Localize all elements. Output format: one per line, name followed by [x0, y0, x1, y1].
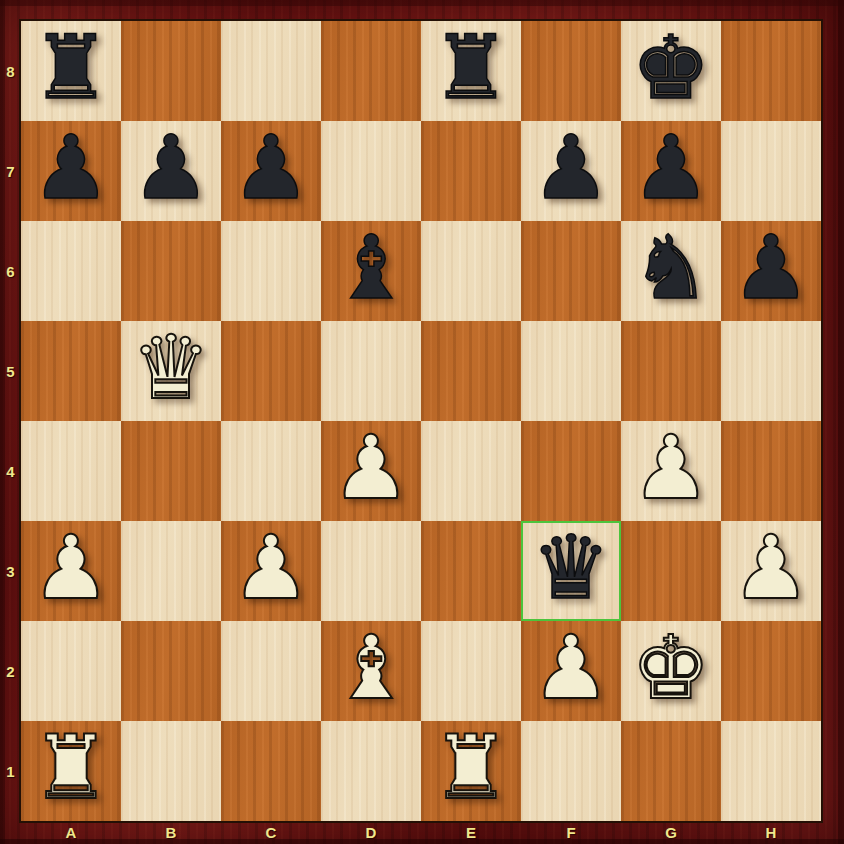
square-d1[interactable] — [321, 721, 421, 821]
square-e1[interactable]: ♜ — [421, 721, 521, 821]
square-a4[interactable] — [21, 421, 121, 521]
square-d6[interactable]: ♝ — [321, 221, 421, 321]
square-c5[interactable] — [221, 321, 321, 421]
square-b6[interactable] — [121, 221, 221, 321]
square-d5[interactable] — [321, 321, 421, 421]
piece-black-queen-f3[interactable]: ♛ — [532, 518, 611, 618]
square-e7[interactable] — [421, 121, 521, 221]
square-b4[interactable] — [121, 421, 221, 521]
square-g8[interactable]: ♚ — [621, 21, 721, 121]
board-frame: ♜♜♚♟♟♟♟♟♝♞♟♛♟♟♟♟♛♟♝♟♚♜♜ 87654321 ABCDEFG… — [0, 0, 844, 844]
square-d4[interactable]: ♟ — [321, 421, 421, 521]
square-b1[interactable] — [121, 721, 221, 821]
square-g4[interactable]: ♟ — [621, 421, 721, 521]
square-g1[interactable] — [621, 721, 721, 821]
piece-white-pawn-f2[interactable]: ♟ — [532, 618, 611, 718]
square-h4[interactable] — [721, 421, 821, 521]
file-label-f: F — [521, 821, 621, 844]
piece-white-pawn-a3[interactable]: ♟ — [32, 518, 111, 618]
square-c8[interactable] — [221, 21, 321, 121]
square-e5[interactable] — [421, 321, 521, 421]
square-a5[interactable] — [21, 321, 121, 421]
piece-black-king-g8[interactable]: ♚ — [632, 18, 711, 118]
square-c1[interactable] — [221, 721, 321, 821]
square-c6[interactable] — [221, 221, 321, 321]
square-c4[interactable] — [221, 421, 321, 521]
square-a3[interactable]: ♟ — [21, 521, 121, 621]
square-a8[interactable]: ♜ — [21, 21, 121, 121]
piece-black-rook-e8[interactable]: ♜ — [432, 18, 511, 118]
square-a1[interactable]: ♜ — [21, 721, 121, 821]
square-b5[interactable]: ♛ — [121, 321, 221, 421]
square-d8[interactable] — [321, 21, 421, 121]
square-f6[interactable] — [521, 221, 621, 321]
chess-board: ♜♜♚♟♟♟♟♟♝♞♟♛♟♟♟♟♛♟♝♟♚♜♜ — [21, 21, 821, 821]
file-label-h: H — [721, 821, 821, 844]
square-h6[interactable]: ♟ — [721, 221, 821, 321]
piece-black-pawn-c7[interactable]: ♟ — [232, 118, 311, 218]
rank-label-1: 1 — [0, 721, 21, 821]
piece-black-pawn-g7[interactable]: ♟ — [632, 118, 711, 218]
square-e2[interactable] — [421, 621, 521, 721]
square-d3[interactable] — [321, 521, 421, 621]
square-h8[interactable] — [721, 21, 821, 121]
piece-white-pawn-d4[interactable]: ♟ — [332, 418, 411, 518]
piece-white-pawn-c3[interactable]: ♟ — [232, 518, 311, 618]
square-e6[interactable] — [421, 221, 521, 321]
square-a7[interactable]: ♟ — [21, 121, 121, 221]
piece-white-rook-a1[interactable]: ♜ — [32, 718, 111, 818]
square-a2[interactable] — [21, 621, 121, 721]
square-f2[interactable]: ♟ — [521, 621, 621, 721]
piece-white-rook-e1[interactable]: ♜ — [432, 718, 511, 818]
square-e8[interactable]: ♜ — [421, 21, 521, 121]
square-b2[interactable] — [121, 621, 221, 721]
square-b8[interactable] — [121, 21, 221, 121]
square-b7[interactable]: ♟ — [121, 121, 221, 221]
rank-label-3: 3 — [0, 521, 21, 621]
square-h5[interactable] — [721, 321, 821, 421]
square-g3[interactable] — [621, 521, 721, 621]
square-f7[interactable]: ♟ — [521, 121, 621, 221]
rank-label-4: 4 — [0, 421, 21, 521]
piece-black-rook-a8[interactable]: ♜ — [32, 18, 111, 118]
file-label-e: E — [421, 821, 521, 844]
piece-white-bishop-d2[interactable]: ♝ — [332, 618, 411, 718]
file-label-g: G — [621, 821, 721, 844]
piece-white-king-g2[interactable]: ♚ — [632, 618, 711, 718]
square-d2[interactable]: ♝ — [321, 621, 421, 721]
file-label-c: C — [221, 821, 321, 844]
square-f1[interactable] — [521, 721, 621, 821]
piece-black-bishop-d6[interactable]: ♝ — [332, 218, 411, 318]
square-h7[interactable] — [721, 121, 821, 221]
square-e4[interactable] — [421, 421, 521, 521]
piece-black-pawn-b7[interactable]: ♟ — [132, 118, 211, 218]
square-b3[interactable] — [121, 521, 221, 621]
piece-white-pawn-h3[interactable]: ♟ — [732, 518, 811, 618]
square-f4[interactable] — [521, 421, 621, 521]
square-c3[interactable]: ♟ — [221, 521, 321, 621]
rank-label-2: 2 — [0, 621, 21, 721]
piece-black-pawn-h6[interactable]: ♟ — [732, 218, 811, 318]
rank-label-8: 8 — [0, 21, 21, 121]
file-label-d: D — [321, 821, 421, 844]
piece-black-knight-g6[interactable]: ♞ — [632, 218, 711, 318]
square-g5[interactable] — [621, 321, 721, 421]
square-g2[interactable]: ♚ — [621, 621, 721, 721]
piece-black-pawn-a7[interactable]: ♟ — [32, 118, 111, 218]
piece-white-pawn-g4[interactable]: ♟ — [632, 418, 711, 518]
square-f3[interactable]: ♛ — [521, 521, 621, 621]
square-g6[interactable]: ♞ — [621, 221, 721, 321]
rank-label-5: 5 — [0, 321, 21, 421]
square-f5[interactable] — [521, 321, 621, 421]
square-d7[interactable] — [321, 121, 421, 221]
square-h3[interactable]: ♟ — [721, 521, 821, 621]
square-e3[interactable] — [421, 521, 521, 621]
square-h2[interactable] — [721, 621, 821, 721]
piece-white-queen-b5[interactable]: ♛ — [132, 318, 211, 418]
file-label-b: B — [121, 821, 221, 844]
square-h1[interactable] — [721, 721, 821, 821]
rank-label-7: 7 — [0, 121, 21, 221]
square-a6[interactable] — [21, 221, 121, 321]
square-c2[interactable] — [221, 621, 321, 721]
piece-black-pawn-f7[interactable]: ♟ — [532, 118, 611, 218]
square-f8[interactable] — [521, 21, 621, 121]
square-c7[interactable]: ♟ — [221, 121, 321, 221]
file-label-a: A — [21, 821, 121, 844]
square-g7[interactable]: ♟ — [621, 121, 721, 221]
rank-label-6: 6 — [0, 221, 21, 321]
